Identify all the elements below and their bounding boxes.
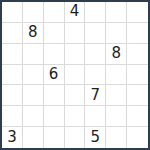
cell-r2c3[interactable] — [44, 23, 65, 44]
cell-r4c7[interactable] — [127, 65, 148, 86]
cell-r3c1[interactable] — [2, 44, 23, 65]
clue-cell-r2c2[interactable]: 8 — [23, 23, 44, 44]
cell-r4c1[interactable] — [2, 65, 23, 86]
clue-cell-r4c3[interactable]: 6 — [44, 65, 65, 86]
cell-r3c4[interactable] — [65, 44, 86, 65]
cell-r5c1[interactable] — [2, 85, 23, 106]
cell-r6c2[interactable] — [23, 106, 44, 127]
cell-r1c7[interactable] — [127, 2, 148, 23]
cell-r6c4[interactable] — [65, 106, 86, 127]
clue-cell-r7c1[interactable]: 3 — [2, 127, 23, 148]
cell-r1c1[interactable] — [2, 2, 23, 23]
cell-r5c3[interactable] — [44, 85, 65, 106]
cell-r7c2[interactable] — [23, 127, 44, 148]
cell-r4c4[interactable] — [65, 65, 86, 86]
cell-r5c4[interactable] — [65, 85, 86, 106]
cell-r3c2[interactable] — [23, 44, 44, 65]
clue-cell-r5c5[interactable]: 7 — [85, 85, 106, 106]
cell-r5c6[interactable] — [106, 85, 127, 106]
cell-r6c5[interactable] — [85, 106, 106, 127]
clue-cell-r7c5[interactable]: 5 — [85, 127, 106, 148]
cell-r1c3[interactable] — [44, 2, 65, 23]
cell-r3c3[interactable] — [44, 44, 65, 65]
cell-r4c5[interactable] — [85, 65, 106, 86]
cell-r7c4[interactable] — [65, 127, 86, 148]
cell-r4c2[interactable] — [23, 65, 44, 86]
cell-r6c3[interactable] — [44, 106, 65, 127]
cell-r6c1[interactable] — [2, 106, 23, 127]
cell-r2c1[interactable] — [2, 23, 23, 44]
cell-r5c2[interactable] — [23, 85, 44, 106]
cell-r2c7[interactable] — [127, 23, 148, 44]
cell-r4c6[interactable] — [106, 65, 127, 86]
cell-r7c3[interactable] — [44, 127, 65, 148]
cell-r5c7[interactable] — [127, 85, 148, 106]
cell-r2c6[interactable] — [106, 23, 127, 44]
cell-r2c4[interactable] — [65, 23, 86, 44]
cell-r7c6[interactable] — [106, 127, 127, 148]
clue-cell-r1c4[interactable]: 4 — [65, 2, 86, 23]
cell-r1c2[interactable] — [23, 2, 44, 23]
cell-r1c6[interactable] — [106, 2, 127, 23]
cell-r3c7[interactable] — [127, 44, 148, 65]
cell-r3c5[interactable] — [85, 44, 106, 65]
clue-cell-r3c6[interactable]: 8 — [106, 44, 127, 65]
puzzle-board: 4886735 — [0, 0, 150, 150]
cell-r6c7[interactable] — [127, 106, 148, 127]
cell-r1c5[interactable] — [85, 2, 106, 23]
cell-r6c6[interactable] — [106, 106, 127, 127]
cell-r7c7[interactable] — [127, 127, 148, 148]
cell-r2c5[interactable] — [85, 23, 106, 44]
